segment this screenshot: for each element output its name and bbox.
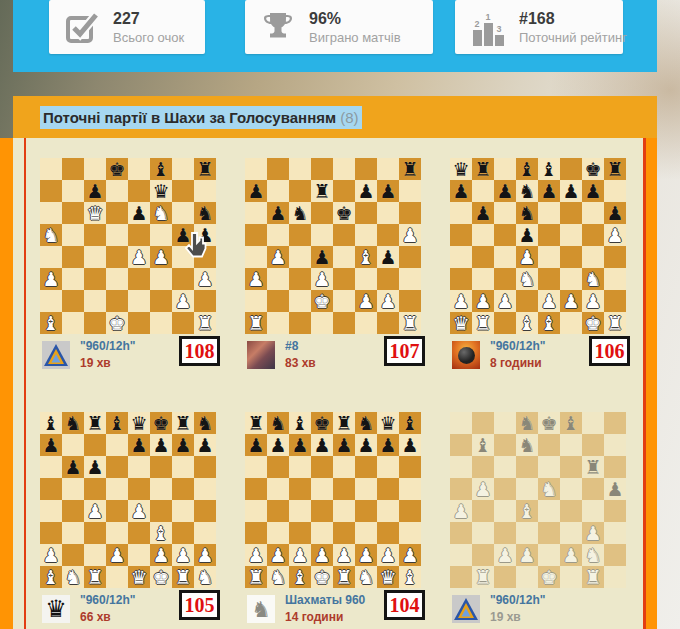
board-square[interactable]: ♟ <box>399 224 421 246</box>
board-square[interactable]: ♜ <box>472 158 494 180</box>
board-square[interactable] <box>582 500 604 522</box>
board-square[interactable] <box>245 158 267 180</box>
board-square[interactable]: ♜ <box>582 456 604 478</box>
board-square[interactable] <box>472 412 494 434</box>
board-square[interactable] <box>516 566 538 588</box>
board-square[interactable] <box>538 522 560 544</box>
board-square[interactable]: ♟ <box>150 246 172 268</box>
board-square[interactable] <box>128 180 150 202</box>
board-square[interactable] <box>450 412 472 434</box>
board-square[interactable]: ♝ <box>472 434 494 456</box>
board-square[interactable] <box>267 456 289 478</box>
board-square[interactable] <box>538 202 560 224</box>
board-square[interactable]: ♟ <box>355 544 377 566</box>
board-square[interactable]: ♟ <box>150 434 172 456</box>
game-name-link[interactable]: #8 <box>285 339 298 353</box>
board-square[interactable] <box>84 158 106 180</box>
board-square[interactable]: ♟ <box>377 246 399 268</box>
board-square[interactable]: ♟ <box>62 456 84 478</box>
board-square[interactable] <box>289 268 311 290</box>
board-square[interactable] <box>494 224 516 246</box>
board-square[interactable] <box>311 456 333 478</box>
board-square[interactable]: ♝ <box>399 566 421 588</box>
board-square[interactable] <box>333 478 355 500</box>
board-square[interactable]: ♞ <box>582 544 604 566</box>
board-square[interactable]: ♟ <box>582 180 604 202</box>
board-square[interactable] <box>194 500 216 522</box>
board-square[interactable]: ♚ <box>582 312 604 334</box>
board-square[interactable]: ♟ <box>333 544 355 566</box>
board-square[interactable] <box>311 202 333 224</box>
board-square[interactable] <box>84 224 106 246</box>
board-square[interactable] <box>377 158 399 180</box>
board-square[interactable] <box>538 456 560 478</box>
board-square[interactable] <box>377 478 399 500</box>
board-square[interactable] <box>106 246 128 268</box>
board-square[interactable] <box>494 246 516 268</box>
board-square[interactable] <box>494 158 516 180</box>
board-square[interactable]: ♞ <box>538 478 560 500</box>
board-square[interactable] <box>172 312 194 334</box>
board-square[interactable] <box>494 312 516 334</box>
board-square[interactable]: ♜ <box>172 566 194 588</box>
board-square[interactable] <box>516 456 538 478</box>
board-square[interactable]: ♟ <box>604 202 626 224</box>
board-square[interactable]: ♞ <box>267 566 289 588</box>
board-square[interactable] <box>245 290 267 312</box>
board-square[interactable] <box>538 434 560 456</box>
board-square[interactable] <box>106 202 128 224</box>
board-square[interactable]: ♜ <box>399 158 421 180</box>
board-square[interactable]: ♟ <box>377 434 399 456</box>
board-square[interactable]: ♝ <box>399 412 421 434</box>
board-square[interactable] <box>40 522 62 544</box>
board-square[interactable]: ♟ <box>128 434 150 456</box>
board-square[interactable] <box>128 312 150 334</box>
board-square[interactable] <box>128 544 150 566</box>
board-square[interactable]: ♟ <box>538 290 560 312</box>
board-square[interactable]: ♜ <box>604 312 626 334</box>
board-square[interactable] <box>84 522 106 544</box>
board-square[interactable] <box>560 246 582 268</box>
chess-board-4[interactable]: ♝♞♜♝♛♚♜♞♟♟♟♟♟♟♟♟♟♝♟♟♟♟♟♝♞♜♛♚♜♞ <box>40 412 216 588</box>
board-square[interactable]: ♟ <box>40 268 62 290</box>
board-square[interactable]: ♟ <box>245 268 267 290</box>
board-square[interactable]: ♟ <box>560 544 582 566</box>
board-square[interactable] <box>289 180 311 202</box>
board-square[interactable] <box>267 312 289 334</box>
chess-board-1[interactable]: ♚♝♜♟♛♛♟♞♞♞♟♟♟♟♟♟♟♝♚♜ <box>40 158 216 334</box>
board-square[interactable]: ♟ <box>494 290 516 312</box>
board-square[interactable]: ♝ <box>106 412 128 434</box>
board-square[interactable]: ♟ <box>560 290 582 312</box>
board-square[interactable] <box>128 522 150 544</box>
board-square[interactable]: ♟ <box>128 202 150 224</box>
board-square[interactable] <box>582 412 604 434</box>
board-square[interactable] <box>194 290 216 312</box>
board-square[interactable]: ♟ <box>267 434 289 456</box>
game-name-link[interactable]: "960/12h" <box>80 593 135 607</box>
board-square[interactable] <box>172 158 194 180</box>
board-square[interactable]: ♞ <box>62 566 84 588</box>
board-square[interactable] <box>560 268 582 290</box>
board-square[interactable] <box>355 478 377 500</box>
board-square[interactable]: ♟ <box>194 268 216 290</box>
board-square[interactable] <box>150 500 172 522</box>
chess-board-2[interactable]: ♜♟♜♟♟♟♞♚♟♟♟♝♟♟♟♚♟♟♜♜ <box>245 158 421 334</box>
board-square[interactable] <box>311 522 333 544</box>
board-square[interactable]: ♛ <box>450 158 472 180</box>
board-square[interactable] <box>172 180 194 202</box>
chess-board-6[interactable]: ♞♚♝♝♞♜♟♞♟♟♝♟♟♟♟♞♜♚♜ <box>450 412 626 588</box>
board-square[interactable]: ♝ <box>40 566 62 588</box>
board-square[interactable]: ♟ <box>494 544 516 566</box>
board-square[interactable] <box>450 202 472 224</box>
board-square[interactable] <box>62 434 84 456</box>
board-square[interactable] <box>40 246 62 268</box>
board-square[interactable] <box>472 500 494 522</box>
board-square[interactable]: ♝ <box>150 522 172 544</box>
board-square[interactable]: ♟ <box>472 202 494 224</box>
game-name-link[interactable]: "960/12h" <box>490 593 545 607</box>
board-square[interactable] <box>62 290 84 312</box>
board-square[interactable]: ♝ <box>538 312 560 334</box>
board-square[interactable] <box>333 290 355 312</box>
board-square[interactable]: ♛ <box>377 566 399 588</box>
board-square[interactable]: ♜ <box>472 566 494 588</box>
board-square[interactable]: ♜ <box>333 412 355 434</box>
board-square[interactable]: ♚ <box>333 202 355 224</box>
board-square[interactable]: ♜ <box>172 412 194 434</box>
board-square[interactable] <box>377 202 399 224</box>
board-square[interactable]: ♟ <box>172 290 194 312</box>
board-square[interactable] <box>560 500 582 522</box>
board-square[interactable] <box>399 500 421 522</box>
board-square[interactable]: ♟ <box>194 434 216 456</box>
board-square[interactable]: ♟ <box>377 290 399 312</box>
disco-ball-avatar[interactable] <box>452 341 480 369</box>
board-square[interactable] <box>267 158 289 180</box>
board-square[interactable]: ♚ <box>311 412 333 434</box>
game-name-link[interactable]: Шахматы 960 <box>285 593 365 607</box>
board-square[interactable] <box>399 290 421 312</box>
board-square[interactable] <box>333 268 355 290</box>
board-square[interactable] <box>84 544 106 566</box>
board-square[interactable] <box>289 500 311 522</box>
board-square[interactable] <box>560 456 582 478</box>
board-square[interactable]: ♟ <box>377 544 399 566</box>
board-square[interactable] <box>450 456 472 478</box>
board-square[interactable] <box>399 478 421 500</box>
board-square[interactable]: ♟ <box>399 434 421 456</box>
board-square[interactable]: ♚ <box>311 290 333 312</box>
board-square[interactable] <box>560 202 582 224</box>
board-square[interactable]: ♞ <box>516 202 538 224</box>
board-square[interactable] <box>128 456 150 478</box>
board-square[interactable]: ♟ <box>450 500 472 522</box>
board-square[interactable] <box>84 246 106 268</box>
board-square[interactable] <box>494 268 516 290</box>
board-square[interactable]: ♟ <box>582 290 604 312</box>
board-square[interactable]: ♟ <box>267 246 289 268</box>
board-square[interactable] <box>311 158 333 180</box>
board-square[interactable] <box>245 202 267 224</box>
board-square[interactable] <box>150 224 172 246</box>
board-square[interactable] <box>62 268 84 290</box>
board-square[interactable]: ♝ <box>150 158 172 180</box>
board-square[interactable] <box>245 522 267 544</box>
board-square[interactable]: ♟ <box>84 456 106 478</box>
board-square[interactable]: ♟ <box>516 246 538 268</box>
board-square[interactable]: ♞ <box>40 224 62 246</box>
board-square[interactable]: ♝ <box>289 412 311 434</box>
board-square[interactable] <box>128 268 150 290</box>
board-square[interactable]: ♝ <box>560 412 582 434</box>
board-square[interactable] <box>494 202 516 224</box>
board-square[interactable] <box>62 312 84 334</box>
board-square[interactable] <box>289 158 311 180</box>
board-square[interactable] <box>355 268 377 290</box>
board-square[interactable] <box>450 224 472 246</box>
board-square[interactable]: ♚ <box>150 566 172 588</box>
triangle-logo-avatar[interactable] <box>42 341 70 369</box>
board-square[interactable]: ♞ <box>150 202 172 224</box>
board-square[interactable]: ♚ <box>538 566 560 588</box>
board-square[interactable] <box>560 478 582 500</box>
board-square[interactable] <box>194 180 216 202</box>
board-square[interactable]: ♞ <box>62 412 84 434</box>
board-square[interactable] <box>333 224 355 246</box>
board-square[interactable]: ♝ <box>538 158 560 180</box>
board-square[interactable]: ♟ <box>450 180 472 202</box>
board-square[interactable]: ♟ <box>604 478 626 500</box>
board-square[interactable]: ♟ <box>245 180 267 202</box>
board-square[interactable] <box>311 478 333 500</box>
board-square[interactable]: ♝ <box>40 412 62 434</box>
board-square[interactable] <box>560 158 582 180</box>
board-square[interactable]: ♛ <box>450 312 472 334</box>
board-square[interactable]: ♝ <box>516 312 538 334</box>
board-square[interactable]: ♟ <box>472 290 494 312</box>
board-square[interactable] <box>516 478 538 500</box>
board-square[interactable] <box>604 566 626 588</box>
board-square[interactable] <box>355 522 377 544</box>
board-square[interactable]: ♟ <box>311 544 333 566</box>
board-square[interactable]: ♟ <box>399 544 421 566</box>
board-square[interactable]: ♟ <box>604 224 626 246</box>
board-square[interactable]: ♜ <box>311 180 333 202</box>
board-square[interactable] <box>267 224 289 246</box>
board-square[interactable] <box>399 456 421 478</box>
board-square[interactable]: ♟ <box>289 434 311 456</box>
chess-board-5[interactable]: ♜♞♝♚♜♞♛♝♟♟♟♟♟♟♟♟♟♟♟♟♟♟♟♟♜♞♝♚♜♞♛♝ <box>245 412 421 588</box>
board-square[interactable] <box>150 456 172 478</box>
board-square[interactable]: ♟ <box>311 268 333 290</box>
board-square[interactable] <box>106 456 128 478</box>
board-square[interactable] <box>267 478 289 500</box>
board-square[interactable] <box>128 224 150 246</box>
board-square[interactable] <box>560 224 582 246</box>
board-square[interactable] <box>560 522 582 544</box>
board-square[interactable]: ♟ <box>245 544 267 566</box>
board-square[interactable] <box>40 500 62 522</box>
board-square[interactable] <box>62 544 84 566</box>
board-square[interactable] <box>399 180 421 202</box>
board-square[interactable] <box>128 478 150 500</box>
board-square[interactable] <box>150 290 172 312</box>
board-square[interactable] <box>472 522 494 544</box>
board-square[interactable]: ♜ <box>194 312 216 334</box>
board-square[interactable] <box>150 268 172 290</box>
board-square[interactable] <box>355 456 377 478</box>
board-square[interactable] <box>194 478 216 500</box>
board-square[interactable] <box>377 500 399 522</box>
board-square[interactable] <box>40 290 62 312</box>
board-square[interactable]: ♞ <box>194 412 216 434</box>
board-square[interactable] <box>106 434 128 456</box>
board-square[interactable]: ♟ <box>516 544 538 566</box>
board-square[interactable] <box>538 268 560 290</box>
board-square[interactable] <box>172 500 194 522</box>
board-square[interactable] <box>604 522 626 544</box>
board-square[interactable] <box>494 500 516 522</box>
board-square[interactable] <box>450 522 472 544</box>
board-square[interactable]: ♜ <box>84 566 106 588</box>
board-square[interactable]: ♜ <box>245 312 267 334</box>
board-square[interactable] <box>311 500 333 522</box>
board-square[interactable] <box>377 522 399 544</box>
board-square[interactable] <box>333 246 355 268</box>
board-square[interactable] <box>84 290 106 312</box>
board-square[interactable] <box>194 522 216 544</box>
board-square[interactable]: ♜ <box>604 158 626 180</box>
board-square[interactable]: ♟ <box>516 224 538 246</box>
board-square[interactable]: ♜ <box>333 566 355 588</box>
board-square[interactable] <box>289 246 311 268</box>
board-square[interactable] <box>450 246 472 268</box>
board-square[interactable] <box>62 500 84 522</box>
board-square[interactable]: ♟ <box>267 202 289 224</box>
board-square[interactable] <box>494 456 516 478</box>
board-square[interactable] <box>560 566 582 588</box>
board-square[interactable]: ♝ <box>516 500 538 522</box>
board-square[interactable] <box>289 312 311 334</box>
board-square[interactable]: ♟ <box>311 434 333 456</box>
board-square[interactable]: ♟ <box>84 180 106 202</box>
board-square[interactable] <box>62 224 84 246</box>
board-square[interactable] <box>311 224 333 246</box>
board-square[interactable]: ♞ <box>582 268 604 290</box>
board-square[interactable] <box>377 456 399 478</box>
board-square[interactable] <box>355 224 377 246</box>
board-square[interactable] <box>377 312 399 334</box>
board-square[interactable] <box>172 268 194 290</box>
board-square[interactable] <box>355 158 377 180</box>
board-square[interactable] <box>40 180 62 202</box>
board-square[interactable]: ♟ <box>128 246 150 268</box>
board-square[interactable] <box>150 312 172 334</box>
board-square[interactable] <box>311 312 333 334</box>
board-square[interactable] <box>399 246 421 268</box>
board-square[interactable] <box>604 246 626 268</box>
game-name-link[interactable]: "960/12h" <box>490 339 545 353</box>
board-square[interactable] <box>604 412 626 434</box>
board-square[interactable] <box>106 566 128 588</box>
board-square[interactable] <box>289 224 311 246</box>
board-square[interactable] <box>450 478 472 500</box>
board-square[interactable]: ♞ <box>267 412 289 434</box>
board-square[interactable] <box>494 412 516 434</box>
board-square[interactable] <box>333 500 355 522</box>
board-square[interactable]: ♜ <box>582 566 604 588</box>
game-name-link[interactable]: "960/12h" <box>80 339 135 353</box>
board-square[interactable]: ♟ <box>84 500 106 522</box>
board-square[interactable] <box>450 566 472 588</box>
board-square[interactable]: ♜ <box>399 312 421 334</box>
board-square[interactable] <box>377 268 399 290</box>
board-square[interactable] <box>40 202 62 224</box>
chess-board-3[interactable]: ♛♜♝♝♚♜♟♟♞♟♟♟♟♞♟♟♟♟♞♞♟♟♟♟♟♟♛♜♝♝♚♜ <box>450 158 626 334</box>
board-square[interactable] <box>538 246 560 268</box>
board-square[interactable] <box>40 478 62 500</box>
board-square[interactable] <box>128 158 150 180</box>
board-square[interactable] <box>333 158 355 180</box>
board-square[interactable] <box>472 224 494 246</box>
board-square[interactable] <box>604 290 626 312</box>
board-square[interactable] <box>62 522 84 544</box>
board-square[interactable]: ♜ <box>245 566 267 588</box>
board-square[interactable]: ♝ <box>355 246 377 268</box>
board-square[interactable] <box>582 434 604 456</box>
board-square[interactable] <box>267 500 289 522</box>
board-square[interactable] <box>84 434 106 456</box>
board-square[interactable] <box>538 500 560 522</box>
board-square[interactable]: ♟ <box>472 478 494 500</box>
board-square[interactable]: ♟ <box>289 544 311 566</box>
board-square[interactable] <box>516 290 538 312</box>
sketch-avatar[interactable]: ♞ <box>247 595 275 623</box>
board-square[interactable]: ♞ <box>289 202 311 224</box>
photo-avatar[interactable] <box>247 341 275 369</box>
board-square[interactable] <box>62 158 84 180</box>
board-square[interactable] <box>516 522 538 544</box>
board-square[interactable]: ♟ <box>355 180 377 202</box>
board-square[interactable] <box>62 202 84 224</box>
board-square[interactable]: ♞ <box>516 180 538 202</box>
board-square[interactable]: ♚ <box>311 566 333 588</box>
board-square[interactable] <box>106 522 128 544</box>
board-square[interactable] <box>560 434 582 456</box>
board-square[interactable]: ♜ <box>472 312 494 334</box>
board-square[interactable] <box>245 456 267 478</box>
board-square[interactable] <box>538 224 560 246</box>
board-square[interactable] <box>399 522 421 544</box>
board-square[interactable]: ♟ <box>172 544 194 566</box>
board-square[interactable] <box>106 224 128 246</box>
board-square[interactable] <box>267 290 289 312</box>
board-square[interactable]: ♜ <box>84 412 106 434</box>
board-square[interactable] <box>582 224 604 246</box>
board-square[interactable] <box>289 456 311 478</box>
board-square[interactable] <box>150 478 172 500</box>
board-square[interactable] <box>450 434 472 456</box>
board-square[interactable] <box>62 478 84 500</box>
board-square[interactable] <box>333 456 355 478</box>
board-square[interactable] <box>604 456 626 478</box>
board-square[interactable] <box>194 456 216 478</box>
board-square[interactable] <box>494 434 516 456</box>
board-square[interactable] <box>355 500 377 522</box>
